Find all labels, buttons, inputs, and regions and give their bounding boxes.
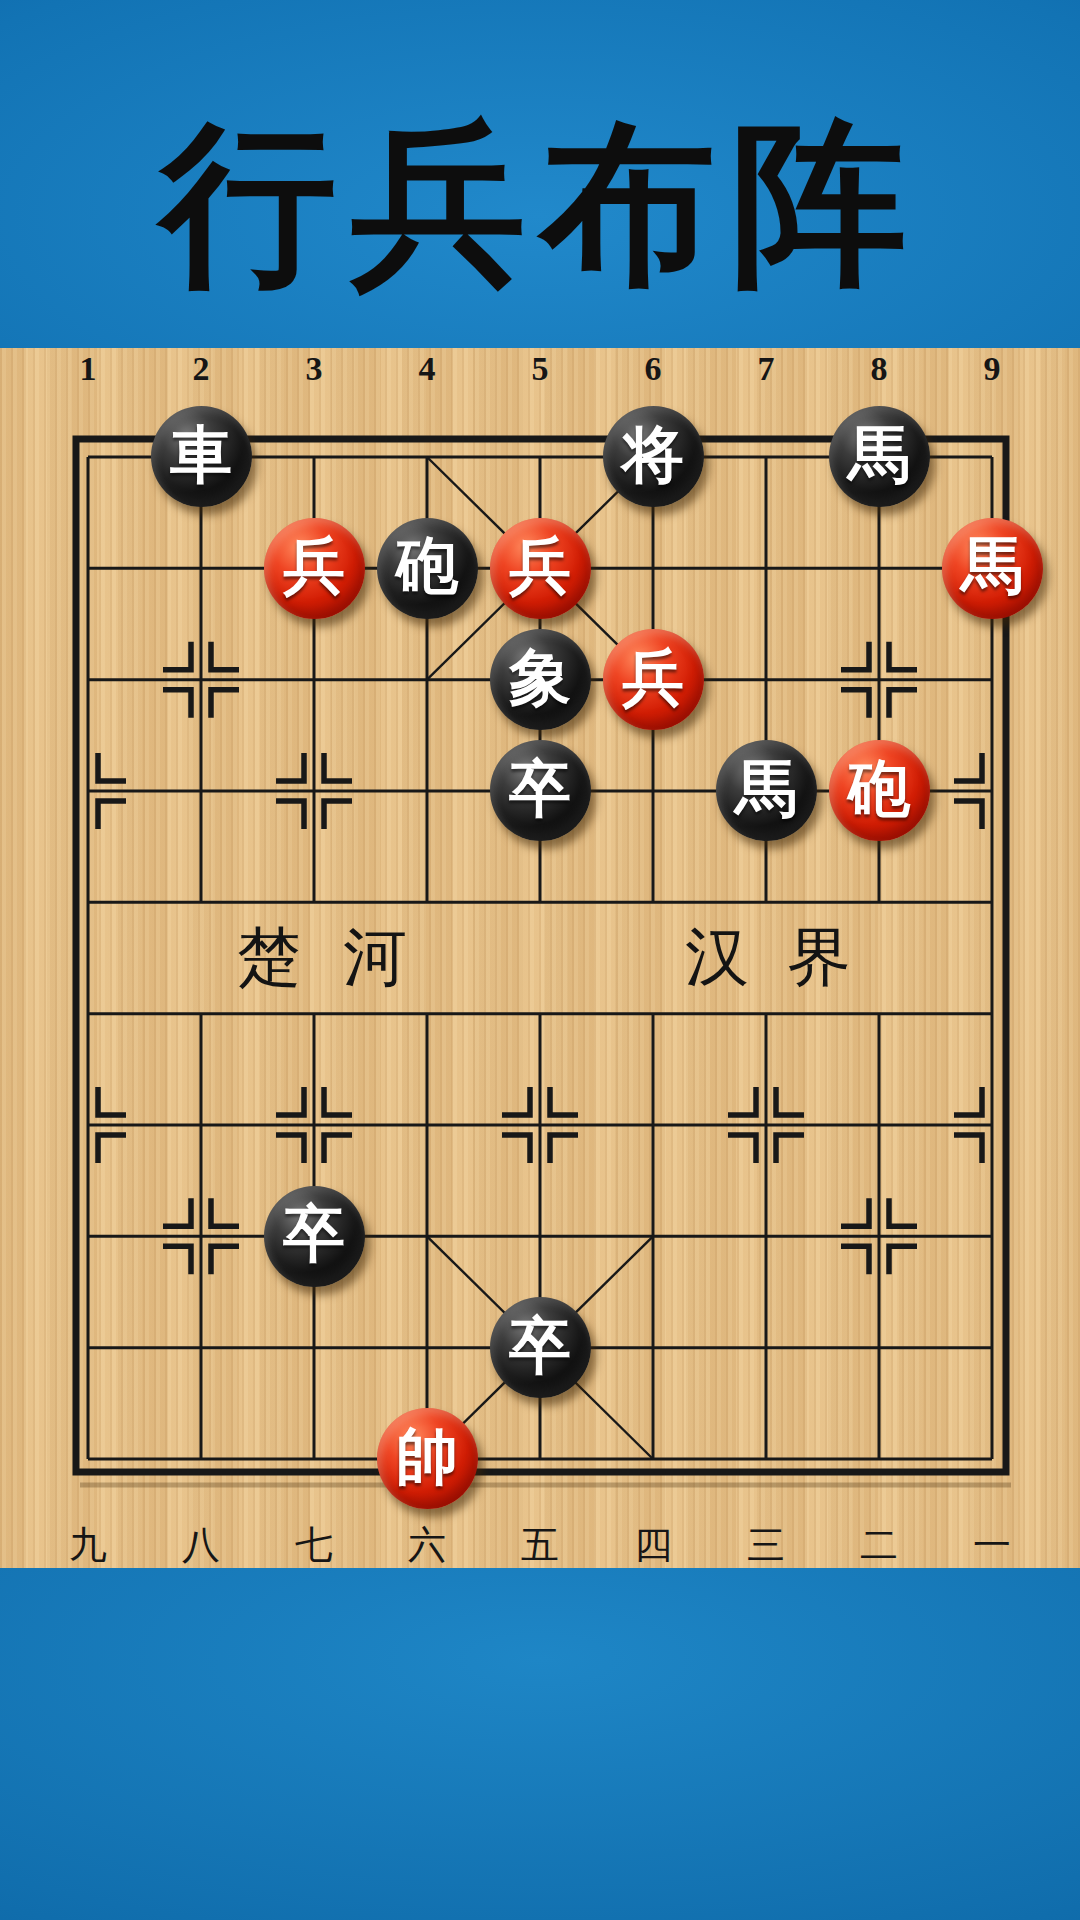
piece-red-horse[interactable]: 馬	[942, 518, 1043, 619]
piece-red-cannon[interactable]: 砲	[829, 740, 930, 841]
screenshot: 行兵布阵 123456789 九八七六五四三二一 楚河 汉界 車将馬兵砲兵馬象兵…	[0, 0, 1080, 1920]
piece-black-chariot[interactable]: 車	[151, 406, 252, 507]
file-number-bottom-8: 二	[849, 1520, 909, 1571]
bottom-banner	[0, 1568, 1080, 1920]
file-number-top-5: 5	[510, 350, 570, 388]
piece-label: 卒	[283, 1192, 345, 1276]
piece-label: 馬	[961, 524, 1023, 608]
file-number-top-1: 1	[58, 350, 118, 388]
piece-label: 砲	[396, 524, 458, 608]
pieces-layer: 車将馬兵砲兵馬象兵卒馬砲卒卒帥	[32, 401, 1049, 1514]
piece-label: 象	[509, 636, 571, 720]
file-number-bottom-2: 八	[171, 1520, 231, 1571]
piece-label: 卒	[509, 1304, 571, 1388]
file-number-top-7: 7	[736, 350, 796, 388]
piece-label: 馬	[735, 747, 797, 831]
file-number-top-2: 2	[171, 350, 231, 388]
piece-label: 馬	[848, 413, 910, 497]
file-number-top-6: 6	[623, 350, 683, 388]
piece-label: 帥	[396, 1415, 458, 1499]
top-banner: 行兵布阵	[0, 0, 1080, 348]
piece-red-soldier[interactable]: 兵	[264, 518, 365, 619]
piece-label: 将	[622, 413, 684, 497]
file-number-bottom-4: 六	[397, 1520, 457, 1571]
file-number-bottom-6: 四	[623, 1520, 683, 1571]
piece-label: 車	[170, 413, 232, 497]
piece-black-soldier[interactable]: 卒	[264, 1186, 365, 1287]
file-number-bottom-3: 七	[284, 1520, 344, 1571]
piece-red-soldier[interactable]: 兵	[490, 518, 591, 619]
piece-black-horse[interactable]: 馬	[829, 406, 930, 507]
piece-black-elephant[interactable]: 象	[490, 629, 591, 730]
piece-black-general[interactable]: 将	[603, 406, 704, 507]
piece-black-soldier[interactable]: 卒	[490, 740, 591, 841]
piece-black-horse[interactable]: 馬	[716, 740, 817, 841]
file-number-top-8: 8	[849, 350, 909, 388]
piece-black-cannon[interactable]: 砲	[377, 518, 478, 619]
piece-label: 卒	[509, 747, 571, 831]
file-number-bottom-1: 九	[58, 1520, 118, 1571]
piece-red-general[interactable]: 帥	[377, 1408, 478, 1509]
file-number-top-4: 4	[397, 350, 457, 388]
page-title: 行兵布阵	[0, 118, 1080, 294]
file-number-top-3: 3	[284, 350, 344, 388]
file-number-bottom-5: 五	[510, 1520, 570, 1571]
piece-label: 砲	[848, 747, 910, 831]
piece-black-soldier[interactable]: 卒	[490, 1297, 591, 1398]
piece-label: 兵	[509, 524, 571, 608]
file-number-top-9: 9	[962, 350, 1022, 388]
piece-red-soldier[interactable]: 兵	[603, 629, 704, 730]
piece-label: 兵	[283, 524, 345, 608]
file-number-bottom-9: 一	[962, 1520, 1022, 1571]
file-number-bottom-7: 三	[736, 1520, 796, 1571]
piece-label: 兵	[622, 636, 684, 720]
